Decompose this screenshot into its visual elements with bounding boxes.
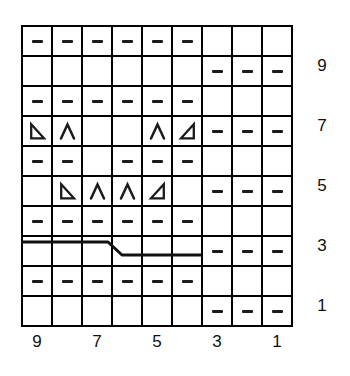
purl-dash (152, 160, 163, 163)
cell-r3-c4 (113, 87, 141, 115)
cell-r7-c1 (23, 207, 51, 235)
cell-r9-c2 (53, 267, 81, 295)
cell-r6-c7 (203, 177, 231, 205)
purl-dash (32, 280, 43, 283)
cell-r10-c9 (263, 297, 291, 325)
cell-r7-c2 (53, 207, 81, 235)
purl-dash (152, 40, 163, 43)
purl-dash (152, 220, 163, 223)
cell-r9-c7 (203, 267, 231, 295)
col-label-5: 5 (142, 331, 172, 352)
purl-dash (62, 220, 73, 223)
cell-r3-c2 (53, 87, 81, 115)
cell-r9-c4 (113, 267, 141, 295)
cell-r7-c9 (263, 207, 291, 235)
cell-r1-c1 (23, 27, 51, 55)
purl-dash (272, 130, 283, 133)
right-decrease-triangle-icon (147, 181, 168, 202)
cell-r5-c7 (203, 147, 231, 175)
row-label-3: 3 (308, 232, 336, 260)
purl-dash (122, 220, 133, 223)
cell-r2-c4 (113, 57, 141, 85)
purl-dash (32, 160, 43, 163)
purl-dash (32, 40, 43, 43)
cell-r6-c3 (83, 177, 111, 205)
purl-dash (212, 250, 223, 253)
cell-r2-c3 (83, 57, 111, 85)
cell-r9-c9 (263, 267, 291, 295)
purl-dash (122, 40, 133, 43)
cell-r8-c8 (233, 237, 261, 265)
cell-r5-c9 (263, 147, 291, 175)
cell-r3-c6 (173, 87, 201, 115)
cell-r8-c1 (23, 237, 51, 265)
left-decrease-triangle-icon (57, 181, 78, 202)
cell-r2-c1 (23, 57, 51, 85)
purl-dash (32, 100, 43, 103)
cell-r10-c6 (173, 297, 201, 325)
cell-r9-c3 (83, 267, 111, 295)
purl-dash (272, 190, 283, 193)
col-label-9: 9 (22, 331, 52, 352)
cell-r8-c4 (113, 237, 141, 265)
cell-r8-c6 (173, 237, 201, 265)
purl-dash (182, 220, 193, 223)
cell-r4-c8 (233, 117, 261, 145)
cell-r9-c8 (233, 267, 261, 295)
purl-dash (182, 160, 193, 163)
cell-r6-c5 (143, 177, 171, 205)
cell-r5-c1 (23, 147, 51, 175)
purl-dash (212, 310, 223, 313)
purl-dash (242, 130, 253, 133)
cell-r3-c3 (83, 87, 111, 115)
row-label-1: 1 (308, 292, 336, 320)
cell-r2-c6 (173, 57, 201, 85)
cell-r8-c3 (83, 237, 111, 265)
purl-dash (92, 40, 103, 43)
cell-r4-c2 (53, 117, 81, 145)
cell-r6-c2 (53, 177, 81, 205)
purl-dash (212, 130, 223, 133)
cell-r5-c4 (113, 147, 141, 175)
cell-r10-c7 (203, 297, 231, 325)
purl-dash (242, 250, 253, 253)
cell-r1-c2 (53, 27, 81, 55)
purl-dash (32, 220, 43, 223)
cell-r6-c9 (263, 177, 291, 205)
purl-dash (62, 280, 73, 283)
cell-r2-c9 (263, 57, 291, 85)
decrease-caret-icon (147, 121, 168, 142)
cell-r5-c8 (233, 147, 261, 175)
cell-r10-c1 (23, 297, 51, 325)
right-decrease-triangle-icon (177, 121, 198, 142)
cell-r4-c4 (113, 117, 141, 145)
purl-dash (242, 190, 253, 193)
cell-r9-c5 (143, 267, 171, 295)
cell-r1-c5 (143, 27, 171, 55)
cell-r4-c6 (173, 117, 201, 145)
cell-r8-c9 (263, 237, 291, 265)
cell-r7-c3 (83, 207, 111, 235)
cell-r5-c3 (83, 147, 111, 175)
cell-r1-c8 (233, 27, 261, 55)
cell-r1-c9 (263, 27, 291, 55)
cell-r1-c3 (83, 27, 111, 55)
cell-r4-c1 (23, 117, 51, 145)
cell-r10-c2 (53, 297, 81, 325)
purl-dash (62, 40, 73, 43)
cell-r10-c3 (83, 297, 111, 325)
knitting-chart-page: 9 7 5 3 1 9 7 5 3 1 (0, 0, 350, 376)
cell-r2-c8 (233, 57, 261, 85)
row-label-7: 7 (308, 112, 336, 140)
decrease-caret-icon (87, 181, 108, 202)
purl-dash (92, 220, 103, 223)
cell-r6-c6 (173, 177, 201, 205)
decrease-caret-icon (57, 121, 78, 142)
purl-dash (242, 70, 253, 73)
cell-r9-c6 (173, 267, 201, 295)
cell-r7-c4 (113, 207, 141, 235)
cell-r2-c7 (203, 57, 231, 85)
cell-r10-c4 (113, 297, 141, 325)
cell-r6-c4 (113, 177, 141, 205)
left-decrease-triangle-icon (27, 121, 48, 142)
cell-r3-c8 (233, 87, 261, 115)
purl-dash (242, 310, 253, 313)
cell-r3-c1 (23, 87, 51, 115)
decrease-caret-icon (117, 181, 138, 202)
purl-dash (182, 280, 193, 283)
cell-r10-c8 (233, 297, 261, 325)
cell-r8-c7 (203, 237, 231, 265)
cell-r10-c5 (143, 297, 171, 325)
cell-r3-c5 (143, 87, 171, 115)
col-label-7: 7 (82, 331, 112, 352)
purl-dash (122, 100, 133, 103)
purl-dash (92, 100, 103, 103)
cell-r7-c8 (233, 207, 261, 235)
chart-grid (21, 25, 293, 327)
cell-r5-c2 (53, 147, 81, 175)
purl-dash (122, 280, 133, 283)
cell-r7-c6 (173, 207, 201, 235)
purl-dash (182, 40, 193, 43)
cell-r5-c6 (173, 147, 201, 175)
cell-r5-c5 (143, 147, 171, 175)
cell-r4-c5 (143, 117, 171, 145)
purl-dash (212, 70, 223, 73)
cell-r1-c7 (203, 27, 231, 55)
row-label-5: 5 (308, 172, 336, 200)
purl-dash (62, 160, 73, 163)
purl-dash (272, 250, 283, 253)
purl-dash (152, 280, 163, 283)
cell-r6-c8 (233, 177, 261, 205)
cell-r4-c7 (203, 117, 231, 145)
cell-r7-c7 (203, 207, 231, 235)
row-label-9: 9 (308, 52, 336, 80)
purl-dash (152, 100, 163, 103)
col-label-3: 3 (202, 331, 232, 352)
cell-r1-c6 (173, 27, 201, 55)
purl-dash (62, 100, 73, 103)
cell-r7-c5 (143, 207, 171, 235)
purl-dash (122, 160, 133, 163)
cell-r9-c1 (23, 267, 51, 295)
purl-dash (272, 70, 283, 73)
cell-r2-c5 (143, 57, 171, 85)
cell-r4-c9 (263, 117, 291, 145)
cell-r6-c1 (23, 177, 51, 205)
cell-r2-c2 (53, 57, 81, 85)
cell-r4-c3 (83, 117, 111, 145)
purl-dash (272, 310, 283, 313)
col-label-1: 1 (262, 331, 292, 352)
purl-dash (92, 280, 103, 283)
cell-r3-c9 (263, 87, 291, 115)
cell-r3-c7 (203, 87, 231, 115)
cell-r8-c5 (143, 237, 171, 265)
purl-dash (182, 100, 193, 103)
purl-dash (212, 190, 223, 193)
cell-r1-c4 (113, 27, 141, 55)
cell-r8-c2 (53, 237, 81, 265)
